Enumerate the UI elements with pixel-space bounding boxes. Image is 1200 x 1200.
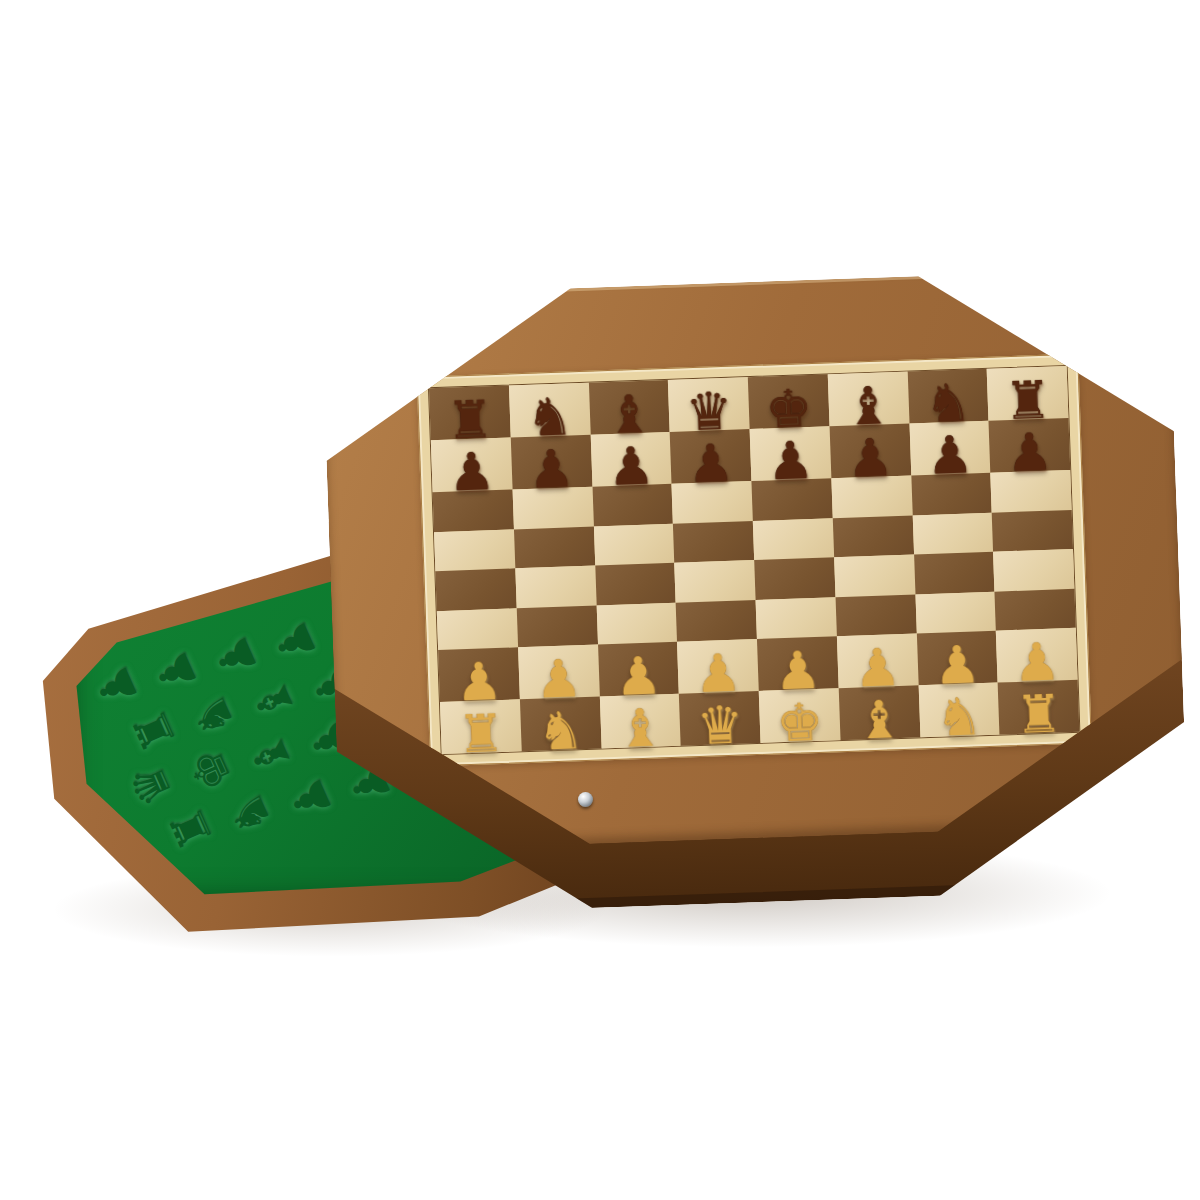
- square-f4[interactable]: [834, 554, 915, 596]
- square-h5[interactable]: [992, 509, 1073, 551]
- square-e3[interactable]: [756, 597, 837, 639]
- piece-dark-rook[interactable]: ♜: [1004, 374, 1052, 428]
- recess-rook-icon: ♜: [162, 801, 221, 857]
- square-a1[interactable]: ♜: [440, 699, 522, 754]
- chessboard-box: ♜♞♝♛♚♝♞♜♟♟♟♟♟♟♟♟♟♟♟♟♟♟♟♟♜♞♝♛♚♝♞♜: [321, 267, 1192, 956]
- recess-pawn-icon: ♟: [281, 771, 340, 827]
- square-e8[interactable]: ♚: [748, 374, 830, 429]
- square-c8[interactable]: ♝: [588, 380, 670, 435]
- square-a8[interactable]: ♜: [429, 385, 511, 440]
- square-d1[interactable]: ♛: [679, 691, 761, 746]
- recess-queen-icon: ♛: [122, 757, 181, 813]
- square-f3[interactable]: [835, 594, 916, 636]
- recess-pawn-icon: ♟: [206, 629, 265, 685]
- piece-dark-knight[interactable]: ♞: [525, 390, 573, 444]
- piece-dark-pawn[interactable]: ♟: [687, 437, 735, 491]
- piece-light-pawn[interactable]: ♟: [1013, 635, 1061, 689]
- square-d3[interactable]: [676, 600, 757, 642]
- piece-light-pawn[interactable]: ♟: [774, 644, 822, 698]
- recess-king-icon: ♚: [182, 742, 241, 798]
- square-b7[interactable]: ♟: [511, 435, 593, 490]
- board-frame: ♜♞♝♛♚♝♞♜♟♟♟♟♟♟♟♟♟♟♟♟♟♟♟♟♜♞♝♛♚♝♞♜: [417, 354, 1092, 767]
- square-d4[interactable]: [674, 560, 755, 602]
- square-h2[interactable]: ♟: [996, 628, 1078, 683]
- square-e5[interactable]: [753, 518, 834, 560]
- piece-dark-pawn[interactable]: ♟: [766, 434, 814, 488]
- square-b3[interactable]: [516, 605, 597, 647]
- square-f7[interactable]: ♟: [829, 424, 911, 479]
- piece-light-pawn[interactable]: ♟: [933, 638, 981, 692]
- piece-light-knight[interactable]: ♞: [935, 690, 983, 744]
- square-g3[interactable]: [915, 591, 996, 633]
- piece-dark-pawn[interactable]: ♟: [527, 442, 575, 496]
- square-h4[interactable]: [993, 549, 1074, 591]
- square-b8[interactable]: ♞: [509, 383, 591, 438]
- square-c5[interactable]: [593, 523, 674, 565]
- square-g5[interactable]: [912, 512, 993, 554]
- piece-light-rook[interactable]: ♜: [1015, 687, 1063, 741]
- drawer-knob[interactable]: [578, 792, 593, 807]
- square-c2[interactable]: ♟: [598, 642, 680, 697]
- square-h7[interactable]: ♟: [989, 418, 1071, 473]
- square-b4[interactable]: [515, 566, 596, 608]
- piece-light-knight[interactable]: ♞: [536, 704, 584, 758]
- square-e2[interactable]: ♟: [757, 636, 839, 691]
- recess-bishop-icon: ♝: [244, 673, 303, 729]
- piece-dark-bishop[interactable]: ♝: [844, 379, 892, 433]
- square-f8[interactable]: ♝: [828, 372, 910, 427]
- chess-board[interactable]: ♜♞♝♛♚♝♞♜♟♟♟♟♟♟♟♟♟♟♟♟♟♟♟♟♜♞♝♛♚♝♞♜: [428, 365, 1080, 755]
- piece-dark-queen[interactable]: ♛: [685, 385, 733, 439]
- piece-dark-pawn[interactable]: ♟: [846, 431, 894, 485]
- square-h3[interactable]: [995, 588, 1076, 630]
- square-g1[interactable]: ♞: [918, 683, 1000, 738]
- square-c1[interactable]: ♝: [599, 694, 681, 749]
- square-h8[interactable]: ♜: [987, 366, 1069, 421]
- square-a5[interactable]: [434, 529, 515, 571]
- piece-dark-king[interactable]: ♚: [765, 382, 813, 436]
- piece-light-bishop[interactable]: ♝: [616, 701, 664, 755]
- square-a3[interactable]: [437, 608, 518, 650]
- piece-light-king[interactable]: ♚: [776, 696, 824, 750]
- square-f1[interactable]: ♝: [838, 685, 920, 740]
- square-b5[interactable]: [514, 526, 595, 568]
- square-d7[interactable]: ♟: [670, 429, 752, 484]
- piece-light-rook[interactable]: ♜: [457, 707, 505, 761]
- piece-light-pawn[interactable]: ♟: [535, 652, 583, 706]
- piece-light-pawn[interactable]: ♟: [694, 647, 742, 701]
- square-a4[interactable]: [435, 568, 516, 610]
- square-b1[interactable]: ♞: [520, 697, 602, 752]
- square-g4[interactable]: [914, 552, 995, 594]
- square-f2[interactable]: ♟: [837, 633, 919, 688]
- square-e1[interactable]: ♚: [759, 688, 841, 743]
- square-g2[interactable]: ♟: [916, 631, 998, 686]
- square-c3[interactable]: [596, 602, 677, 644]
- square-c4[interactable]: [595, 563, 676, 605]
- square-a7[interactable]: ♟: [431, 437, 513, 492]
- piece-dark-pawn[interactable]: ♟: [1006, 426, 1054, 480]
- recess-pawn-icon: ♟: [266, 614, 325, 670]
- square-g7[interactable]: ♟: [909, 421, 991, 476]
- piece-dark-pawn[interactable]: ♟: [607, 439, 655, 493]
- piece-dark-rook[interactable]: ♜: [446, 393, 494, 447]
- square-h1[interactable]: ♜: [998, 680, 1080, 735]
- scene: ♟♟♟♟♜♞♝♟♛♚♝♟♜♞♟♟ ♜♞♝♛♚♝♞♜♟♟♟♟♟♟♟♟♟♟♟♟♟♟♟…: [0, 0, 1200, 1200]
- square-c7[interactable]: ♟: [590, 432, 672, 487]
- piece-dark-pawn[interactable]: ♟: [926, 428, 974, 482]
- square-f5[interactable]: [833, 515, 914, 557]
- square-e4[interactable]: [754, 557, 835, 599]
- piece-light-queen[interactable]: ♛: [696, 699, 744, 753]
- piece-light-bishop[interactable]: ♝: [855, 693, 903, 747]
- piece-light-pawn[interactable]: ♟: [455, 655, 503, 709]
- square-d5[interactable]: [673, 521, 754, 563]
- square-d2[interactable]: ♟: [677, 639, 759, 694]
- recess-pawn-icon: ♟: [147, 644, 206, 700]
- recess-bishop-icon: ♝: [241, 727, 300, 783]
- square-e7[interactable]: ♟: [750, 426, 832, 481]
- square-d8[interactable]: ♛: [668, 377, 750, 432]
- recess-knight-icon: ♞: [221, 786, 280, 842]
- recess-knight-icon: ♞: [185, 688, 244, 744]
- piece-light-pawn[interactable]: ♟: [853, 641, 901, 695]
- recess-rook-icon: ♜: [125, 703, 184, 759]
- square-a2[interactable]: ♟: [438, 647, 520, 702]
- recess-pawn-icon: ♟: [87, 658, 146, 714]
- square-b2[interactable]: ♟: [518, 645, 600, 700]
- piece-dark-pawn[interactable]: ♟: [448, 445, 496, 499]
- piece-dark-bishop[interactable]: ♝: [605, 388, 653, 442]
- square-g8[interactable]: ♞: [907, 369, 989, 424]
- piece-dark-knight[interactable]: ♞: [924, 376, 972, 430]
- piece-light-pawn[interactable]: ♟: [614, 649, 662, 703]
